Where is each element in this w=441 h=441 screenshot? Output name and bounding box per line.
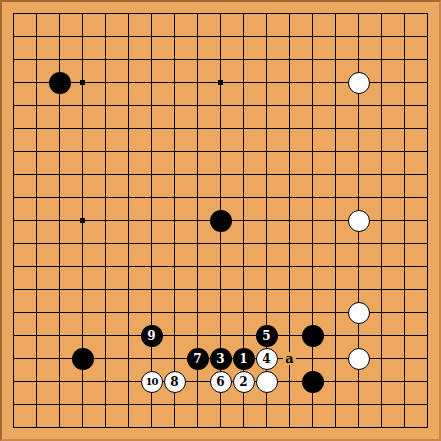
hoshi-point: [80, 218, 85, 223]
stone-white: [256, 371, 278, 393]
stone-black: [49, 72, 71, 94]
stone-white-move-4: 4: [256, 348, 278, 370]
stone-black-move-3: 3: [210, 348, 232, 370]
stone-white-move-10: 10: [141, 371, 163, 393]
stone-black-move-9: 9: [141, 325, 163, 347]
stone-black-move-7: 7: [187, 348, 209, 370]
stone-white: [348, 348, 370, 370]
stone-white: [348, 72, 370, 94]
stone-black-move-5: 5: [256, 325, 278, 347]
point-label-a: a: [283, 352, 295, 365]
stone-black: [302, 371, 324, 393]
go-board[interactable]: 95731410862a: [0, 0, 441, 441]
stone-black: [72, 348, 94, 370]
stone-white-move-2: 2: [233, 371, 255, 393]
stone-black: [210, 210, 232, 232]
stone-white-move-8: 8: [164, 371, 186, 393]
stone-black: [302, 325, 324, 347]
stone-black-move-1: 1: [233, 348, 255, 370]
stone-white: [348, 210, 370, 232]
board-grid: 95731410862a: [2, 2, 439, 439]
hoshi-point: [218, 80, 223, 85]
hoshi-point: [80, 80, 85, 85]
stone-white-move-6: 6: [210, 371, 232, 393]
stone-white: [348, 302, 370, 324]
